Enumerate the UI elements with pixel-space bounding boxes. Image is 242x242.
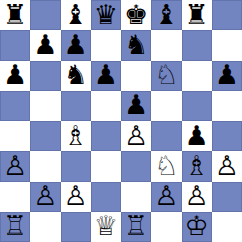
square-g3[interactable]: ♗	[182, 151, 212, 181]
square-h8[interactable]	[212, 0, 242, 30]
square-h3[interactable]: ♙	[212, 151, 242, 181]
white-pawn[interactable]: ♙	[3, 152, 27, 179]
white-king[interactable]: ♔	[185, 212, 209, 239]
square-f3[interactable]: ♘	[151, 151, 181, 181]
square-b6[interactable]	[30, 61, 60, 91]
square-d3[interactable]	[91, 151, 121, 181]
black-pawn[interactable]: ♟	[215, 61, 239, 88]
square-e4[interactable]: ♙	[121, 121, 151, 151]
square-h1[interactable]	[212, 212, 242, 242]
square-a7[interactable]	[0, 30, 30, 60]
chess-board: ♜♝♛♚♝♜♟♟♞♟♞♟♘♟♟♗♙♟♙♘♗♙♙♙♙♙♖♕♖♔	[0, 0, 242, 242]
white-pawn[interactable]: ♙	[185, 182, 209, 209]
black-bishop[interactable]: ♝	[64, 1, 88, 28]
square-a2[interactable]	[0, 182, 30, 212]
square-b4[interactable]	[30, 121, 60, 151]
white-knight[interactable]: ♘	[154, 152, 178, 179]
square-g5[interactable]	[182, 91, 212, 121]
white-pawn[interactable]: ♙	[33, 182, 57, 209]
square-g4[interactable]: ♟	[182, 121, 212, 151]
square-c6[interactable]: ♞	[61, 61, 91, 91]
square-e1[interactable]: ♖	[121, 212, 151, 242]
square-e6[interactable]	[121, 61, 151, 91]
square-b2[interactable]: ♙	[30, 182, 60, 212]
square-h7[interactable]	[212, 30, 242, 60]
square-d4[interactable]	[91, 121, 121, 151]
square-g1[interactable]: ♔	[182, 212, 212, 242]
square-a4[interactable]	[0, 121, 30, 151]
square-b3[interactable]	[30, 151, 60, 181]
black-rook[interactable]: ♜	[185, 1, 209, 28]
black-queen[interactable]: ♛	[94, 1, 118, 28]
square-h5[interactable]	[212, 91, 242, 121]
square-f8[interactable]: ♝	[151, 0, 181, 30]
square-d1[interactable]: ♕	[91, 212, 121, 242]
square-e7[interactable]: ♞	[121, 30, 151, 60]
square-e3[interactable]	[121, 151, 151, 181]
black-pawn[interactable]: ♟	[124, 91, 148, 118]
square-a5[interactable]	[0, 91, 30, 121]
white-rook[interactable]: ♖	[3, 212, 27, 239]
square-a8[interactable]: ♜	[0, 0, 30, 30]
square-d8[interactable]: ♛	[91, 0, 121, 30]
square-h4[interactable]	[212, 121, 242, 151]
white-bishop[interactable]: ♗	[185, 152, 209, 179]
white-queen[interactable]: ♕	[94, 212, 118, 239]
square-c4[interactable]: ♗	[61, 121, 91, 151]
square-h6[interactable]: ♟	[212, 61, 242, 91]
square-g8[interactable]: ♜	[182, 0, 212, 30]
square-g2[interactable]: ♙	[182, 182, 212, 212]
black-bishop[interactable]: ♝	[154, 1, 178, 28]
square-c5[interactable]	[61, 91, 91, 121]
black-king[interactable]: ♚	[124, 1, 148, 28]
black-knight[interactable]: ♞	[64, 61, 88, 88]
square-e5[interactable]: ♟	[121, 91, 151, 121]
black-pawn[interactable]: ♟	[185, 122, 209, 149]
black-pawn[interactable]: ♟	[64, 31, 88, 58]
square-c8[interactable]: ♝	[61, 0, 91, 30]
white-pawn[interactable]: ♙	[154, 182, 178, 209]
square-f7[interactable]	[151, 30, 181, 60]
square-f2[interactable]: ♙	[151, 182, 181, 212]
square-d5[interactable]	[91, 91, 121, 121]
square-a6[interactable]: ♟	[0, 61, 30, 91]
square-g7[interactable]	[182, 30, 212, 60]
square-c3[interactable]	[61, 151, 91, 181]
square-a3[interactable]: ♙	[0, 151, 30, 181]
square-c2[interactable]: ♙	[61, 182, 91, 212]
black-knight[interactable]: ♞	[124, 31, 148, 58]
square-d7[interactable]	[91, 30, 121, 60]
white-pawn[interactable]: ♙	[64, 182, 88, 209]
square-a1[interactable]: ♖	[0, 212, 30, 242]
white-bishop[interactable]: ♗	[64, 122, 88, 149]
black-pawn[interactable]: ♟	[3, 61, 27, 88]
black-rook[interactable]: ♜	[3, 1, 27, 28]
square-e8[interactable]: ♚	[121, 0, 151, 30]
black-pawn[interactable]: ♟	[33, 31, 57, 58]
square-f1[interactable]	[151, 212, 181, 242]
white-knight[interactable]: ♘	[154, 61, 178, 88]
square-b5[interactable]	[30, 91, 60, 121]
square-c1[interactable]	[61, 212, 91, 242]
square-b7[interactable]: ♟	[30, 30, 60, 60]
square-h2[interactable]	[212, 182, 242, 212]
square-e2[interactable]	[121, 182, 151, 212]
square-c7[interactable]: ♟	[61, 30, 91, 60]
square-d2[interactable]	[91, 182, 121, 212]
square-f5[interactable]	[151, 91, 181, 121]
white-pawn[interactable]: ♙	[124, 122, 148, 149]
black-pawn[interactable]: ♟	[94, 61, 118, 88]
square-f4[interactable]	[151, 121, 181, 151]
square-b8[interactable]	[30, 0, 60, 30]
square-b1[interactable]	[30, 212, 60, 242]
white-pawn[interactable]: ♙	[215, 152, 239, 179]
white-rook[interactable]: ♖	[124, 212, 148, 239]
square-d6[interactable]: ♟	[91, 61, 121, 91]
square-f6[interactable]: ♘	[151, 61, 181, 91]
square-g6[interactable]	[182, 61, 212, 91]
